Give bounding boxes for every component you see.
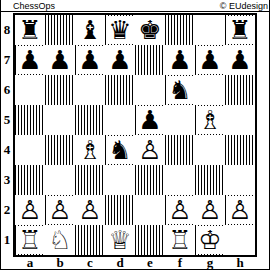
rank-label-3: 3: [1, 165, 13, 195]
black-pawn-g7[interactable]: ♟: [197, 46, 223, 74]
square-a1[interactable]: ♖: [15, 225, 45, 255]
square-d5[interactable]: [105, 105, 135, 135]
square-d7[interactable]: ♟: [105, 45, 135, 75]
square-c5[interactable]: [75, 105, 105, 135]
rank-label-5: 5: [1, 105, 13, 135]
black-king-e8[interactable]: ♚: [137, 16, 163, 44]
square-g4[interactable]: [195, 135, 225, 165]
square-h7[interactable]: ♟: [225, 45, 255, 75]
square-h1[interactable]: [225, 225, 255, 255]
copyright-credit: © EUdesign: [220, 1, 268, 11]
square-h4[interactable]: [225, 135, 255, 165]
chess-diagram: ChessOps © EUdesign ♜♝♛♚♜♟♟♟♟♟♟♟♞♟♗♗♞♙♙♙…: [0, 0, 270, 270]
file-label-c: c: [75, 256, 105, 269]
file-label-a: a: [15, 256, 45, 269]
diagram-header: ChessOps © EUdesign: [0, 0, 270, 12]
white-rook-a1[interactable]: ♖: [17, 226, 43, 254]
square-h2[interactable]: ♙: [225, 195, 255, 225]
square-f4[interactable]: [165, 135, 195, 165]
square-a5[interactable]: [15, 105, 45, 135]
square-h6[interactable]: [225, 75, 255, 105]
square-e1[interactable]: [135, 225, 165, 255]
square-d4[interactable]: ♞: [105, 135, 135, 165]
black-rook-a8[interactable]: ♜: [17, 16, 43, 44]
square-f7[interactable]: ♟: [165, 45, 195, 75]
square-e5[interactable]: ♟: [135, 105, 165, 135]
black-pawn-b7[interactable]: ♟: [47, 46, 73, 74]
square-c4[interactable]: ♗: [75, 135, 105, 165]
white-pawn-f2[interactable]: ♙: [167, 196, 193, 224]
black-pawn-a7[interactable]: ♟: [17, 46, 43, 74]
white-pawn-h2[interactable]: ♙: [227, 196, 253, 224]
square-g2[interactable]: ♙: [195, 195, 225, 225]
square-c2[interactable]: ♙: [75, 195, 105, 225]
rank-label-6: 6: [1, 75, 13, 105]
black-pawn-e5[interactable]: ♟: [137, 106, 163, 134]
square-b7[interactable]: ♟: [45, 45, 75, 75]
square-c3[interactable]: [75, 165, 105, 195]
square-c8[interactable]: ♝: [75, 15, 105, 45]
black-pawn-f7[interactable]: ♟: [167, 46, 193, 74]
black-knight-d4[interactable]: ♞: [107, 136, 133, 164]
white-pawn-g2[interactable]: ♙: [197, 196, 223, 224]
square-a8[interactable]: ♜: [15, 15, 45, 45]
square-a3[interactable]: [15, 165, 45, 195]
white-bishop-g5[interactable]: ♗: [197, 106, 223, 134]
rank-label-1: 1: [1, 225, 13, 255]
square-c7[interactable]: ♟: [75, 45, 105, 75]
square-e6[interactable]: [135, 75, 165, 105]
square-f1[interactable]: ♖: [165, 225, 195, 255]
square-b6[interactable]: [45, 75, 75, 105]
black-bishop-c8[interactable]: ♝: [77, 16, 103, 44]
square-h3[interactable]: [225, 165, 255, 195]
square-f8[interactable]: [165, 15, 195, 45]
file-label-h: h: [225, 256, 255, 269]
square-f3[interactable]: [165, 165, 195, 195]
file-label-f: f: [165, 256, 195, 269]
square-a2[interactable]: ♙: [15, 195, 45, 225]
black-rook-h8[interactable]: ♜: [227, 16, 253, 44]
rank-label-4: 4: [1, 135, 13, 165]
square-g6[interactable]: [195, 75, 225, 105]
square-d1[interactable]: ♕: [105, 225, 135, 255]
square-g1[interactable]: ♔: [195, 225, 225, 255]
black-pawn-c7[interactable]: ♟: [77, 46, 103, 74]
app-title: ChessOps: [13, 1, 55, 11]
square-e7[interactable]: [135, 45, 165, 75]
square-e3[interactable]: [135, 165, 165, 195]
black-knight-f6[interactable]: ♞: [167, 76, 193, 104]
square-e2[interactable]: [135, 195, 165, 225]
square-h5[interactable]: [225, 105, 255, 135]
square-d8[interactable]: ♛: [105, 15, 135, 45]
black-pawn-h7[interactable]: ♟: [227, 46, 253, 74]
square-g3[interactable]: [195, 165, 225, 195]
square-a7[interactable]: ♟: [15, 45, 45, 75]
square-d2[interactable]: [105, 195, 135, 225]
square-b3[interactable]: [45, 165, 75, 195]
square-f6[interactable]: ♞: [165, 75, 195, 105]
white-pawn-b2[interactable]: ♙: [47, 196, 73, 224]
square-a4[interactable]: [15, 135, 45, 165]
white-king-g1[interactable]: ♔: [197, 226, 223, 254]
square-g5[interactable]: ♗: [195, 105, 225, 135]
square-g8[interactable]: [195, 15, 225, 45]
square-e8[interactable]: ♚: [135, 15, 165, 45]
white-knight-b1[interactable]: ♘: [47, 226, 73, 254]
square-b1[interactable]: ♘: [45, 225, 75, 255]
square-e4[interactable]: ♙: [135, 135, 165, 165]
square-b8[interactable]: [45, 15, 75, 45]
square-g7[interactable]: ♟: [195, 45, 225, 75]
rank-label-2: 2: [1, 195, 13, 225]
file-label-d: d: [105, 256, 135, 269]
white-pawn-a2[interactable]: ♙: [17, 196, 43, 224]
square-d3[interactable]: [105, 165, 135, 195]
file-label-g: g: [195, 256, 225, 269]
square-c1[interactable]: [75, 225, 105, 255]
white-pawn-c2[interactable]: ♙: [77, 196, 103, 224]
white-pawn-e4[interactable]: ♙: [137, 136, 163, 164]
white-rook-f1[interactable]: ♖: [167, 226, 193, 254]
chess-board: ♜♝♛♚♜♟♟♟♟♟♟♟♞♟♗♗♞♙♙♙♙♙♙♙♖♘♕♖♔: [13, 13, 257, 257]
square-f2[interactable]: ♙: [165, 195, 195, 225]
white-bishop-c4[interactable]: ♗: [77, 136, 103, 164]
square-b4[interactable]: [45, 135, 75, 165]
square-h8[interactable]: ♜: [225, 15, 255, 45]
square-d6[interactable]: [105, 75, 135, 105]
black-pawn-d7[interactable]: ♟: [107, 46, 133, 74]
white-queen-d1[interactable]: ♕: [107, 226, 133, 254]
square-f5[interactable]: [165, 105, 195, 135]
black-queen-d8[interactable]: ♛: [107, 16, 133, 44]
rank-label-8: 8: [1, 15, 13, 45]
square-a6[interactable]: [15, 75, 45, 105]
file-label-b: b: [45, 256, 75, 269]
rank-label-7: 7: [1, 45, 13, 75]
square-b5[interactable]: [45, 105, 75, 135]
file-label-e: e: [135, 256, 165, 269]
square-c6[interactable]: [75, 75, 105, 105]
square-b2[interactable]: ♙: [45, 195, 75, 225]
